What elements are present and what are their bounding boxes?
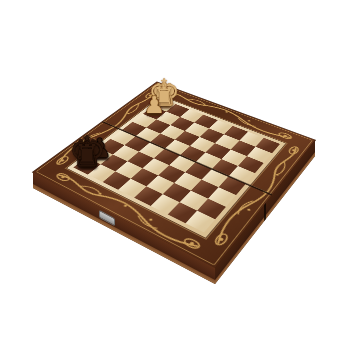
fold-seam-side (264, 203, 266, 222)
chess-set-photo: ♜♞♝♛♚♝♞♜♟♟♟♟♟♟♟♟♟♟♟♟♟♟♟♟♜♞♝♛♚♝♞♜ (0, 0, 350, 350)
chess-board (33, 82, 315, 268)
